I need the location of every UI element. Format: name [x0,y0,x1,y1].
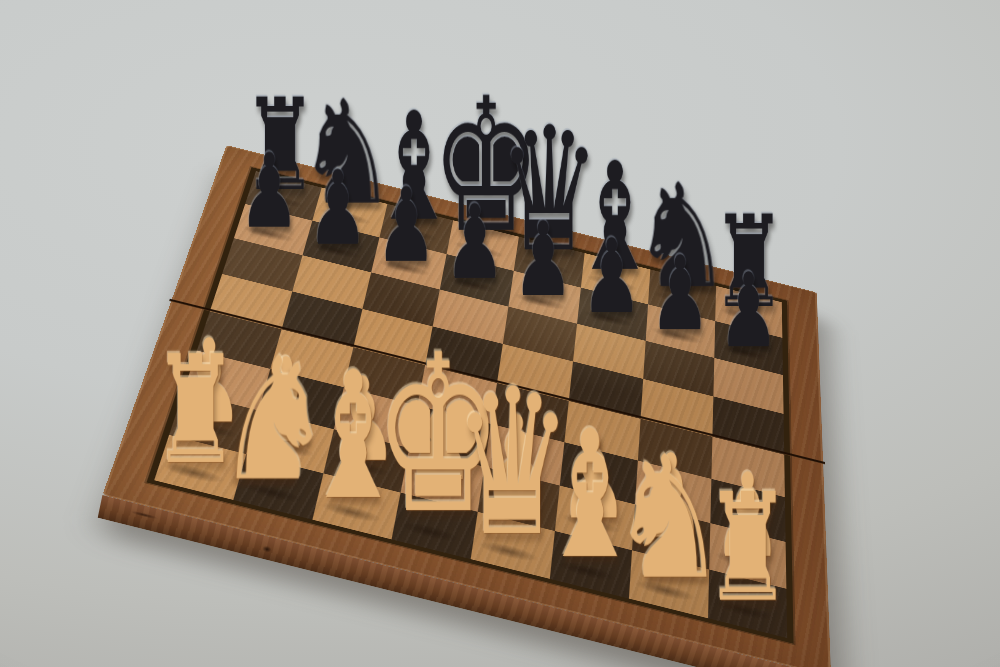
photo-backdrop: ♜♞♝♚♛♝♞♜♟♟♟♟♟♟♟♟♟♟♟♟♟♟♟♟♜♞♝♚♛♝♞♜ [0,0,1000,667]
chess-board: ♜♞♝♚♛♝♞♜♟♟♟♟♟♟♟♟♟♟♟♟♟♟♟♟♜♞♝♚♛♝♞♜ [102,145,830,667]
scene: ♜♞♝♚♛♝♞♜♟♟♟♟♟♟♟♟♟♟♟♟♟♟♟♟♜♞♝♚♛♝♞♜ [0,0,1000,667]
